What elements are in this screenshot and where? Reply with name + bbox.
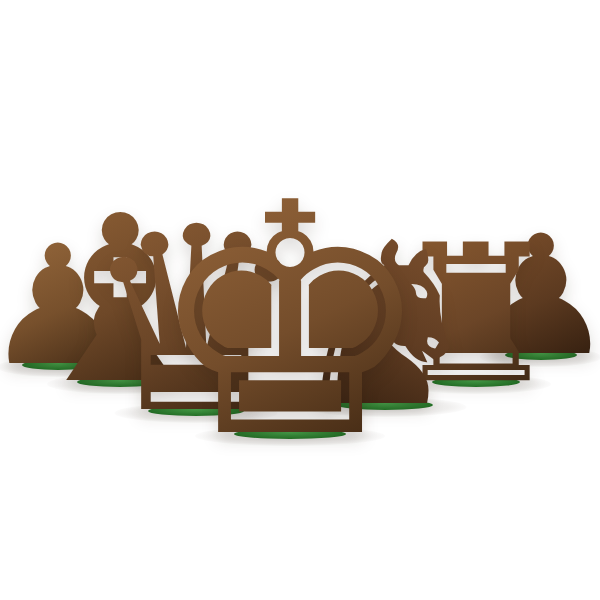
piece-queen: ♛ <box>0 0 600 600</box>
pawn-right-glyph: ♟ <box>467 214 600 379</box>
knight-shadow <box>304 397 467 417</box>
piece-king: ♚ <box>0 0 600 600</box>
knight-felt-base <box>337 400 433 410</box>
queen-shadow <box>115 403 278 423</box>
rook-felt-base <box>432 377 520 387</box>
pawn-right-shadow <box>480 347 600 367</box>
king-felt-base <box>234 429 346 439</box>
chess-pieces-photo: ♟♝♛♚♞♜♟ <box>0 0 600 600</box>
rook-glyph: ♜ <box>391 220 561 410</box>
pawn-left-shadow <box>0 357 119 377</box>
pawn-right-felt-base <box>505 350 577 360</box>
piece-bishop: ♝ <box>0 0 600 600</box>
bishop-glyph: ♝ <box>17 186 223 416</box>
king-shadow <box>195 426 385 446</box>
knight-glyph: ♞ <box>284 213 486 438</box>
queen-glyph: ♛ <box>82 193 311 448</box>
piece-knight: ♞ <box>0 0 600 600</box>
piece-pawn-left: ♟ <box>0 0 600 600</box>
pawn-left-felt-base <box>22 360 94 370</box>
bishop-felt-base <box>77 377 163 387</box>
piece-pawn-right: ♟ <box>0 0 600 600</box>
queen-felt-base <box>148 406 244 416</box>
rook-shadow <box>401 374 551 394</box>
piece-rook: ♜ <box>0 0 600 600</box>
bishop-shadow <box>47 374 193 394</box>
king-glyph: ♚ <box>147 161 434 481</box>
pawn-left-glyph: ♟ <box>0 224 132 389</box>
